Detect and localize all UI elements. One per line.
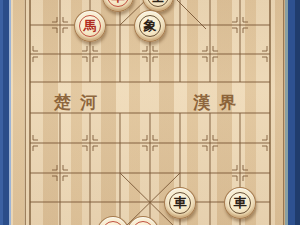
red-advisor[interactable]: 仕 [97, 216, 129, 225]
black-chariot[interactable]: 車 [224, 187, 256, 219]
red-chariot[interactable]: 車 [102, 0, 134, 12]
black-chariot-character: 車 [234, 196, 247, 209]
right-frame [285, 0, 300, 225]
black-chariot[interactable]: 車 [164, 187, 196, 219]
black-advisor-character: 士 [152, 0, 165, 3]
black-chariot-character: 車 [174, 196, 187, 209]
black-elephant-character: 象 [144, 19, 157, 32]
red-horse[interactable]: 馬 [74, 10, 106, 42]
red-general[interactable]: 帥 [127, 216, 159, 225]
red-chariot-character: 車 [112, 0, 125, 3]
left-frame [0, 0, 11, 225]
black-elephant[interactable]: 象 [134, 10, 166, 42]
xiangqi-app-screenshot: 楚河 漢界 車士馬象車車仕帥 [0, 0, 300, 225]
piece-grid: 車士馬象車車仕帥 [15, 0, 285, 225]
red-horse-character: 馬 [84, 19, 97, 32]
